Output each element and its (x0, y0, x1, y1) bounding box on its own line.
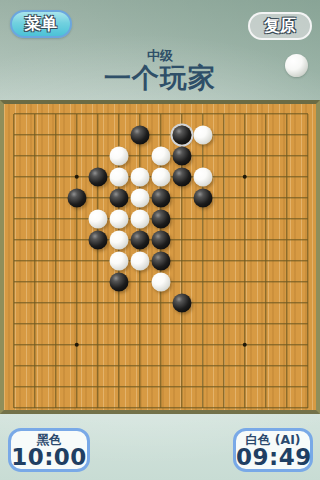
board-cell[interactable] (66, 145, 87, 166)
board-cell[interactable] (66, 187, 87, 208)
board-cell[interactable] (297, 124, 318, 145)
board-cell[interactable] (129, 250, 150, 271)
board-cell[interactable] (297, 397, 318, 414)
black-clock-time: 10:00 (11, 447, 87, 468)
board-grid (3, 103, 318, 414)
white-stone (109, 146, 128, 165)
board-cell[interactable] (255, 229, 276, 250)
board-cell[interactable] (45, 271, 66, 292)
star-point (242, 342, 247, 347)
board-cell[interactable] (297, 145, 318, 166)
board-cell[interactable] (192, 271, 213, 292)
board-cell[interactable] (45, 397, 66, 414)
board-cell[interactable] (192, 334, 213, 355)
board-cell[interactable] (213, 145, 234, 166)
board-cell[interactable] (234, 292, 255, 313)
board-cell[interactable] (3, 208, 24, 229)
board-cell[interactable] (3, 271, 24, 292)
board-cell[interactable] (234, 166, 255, 187)
board-cell[interactable] (255, 292, 276, 313)
board-cell[interactable] (3, 187, 24, 208)
board-cell[interactable] (213, 103, 234, 124)
board-cell[interactable] (192, 376, 213, 397)
board-cell[interactable] (150, 166, 171, 187)
black-stone (151, 251, 170, 270)
board-cell[interactable] (150, 313, 171, 334)
white-stone (109, 209, 128, 228)
board-cell[interactable] (234, 355, 255, 376)
board-cell[interactable] (171, 292, 192, 313)
board-cell[interactable] (255, 271, 276, 292)
board-cell[interactable] (108, 103, 129, 124)
white-clock-time: 09:49 (236, 447, 310, 468)
board-cell[interactable] (3, 397, 24, 414)
board-cell[interactable] (150, 208, 171, 229)
game-mode-title: 一个玩家 (0, 60, 320, 96)
board-cell[interactable] (276, 355, 297, 376)
board-cell[interactable] (171, 208, 192, 229)
board-cell[interactable] (255, 166, 276, 187)
board-cell[interactable] (150, 397, 171, 414)
board-cell[interactable] (297, 250, 318, 271)
black-stone (151, 230, 170, 249)
black-stone (130, 230, 149, 249)
board-cell[interactable] (108, 250, 129, 271)
board-cell[interactable] (234, 397, 255, 414)
white-clock: 白色 (AI) 09:49 (233, 428, 313, 472)
board-cell[interactable] (3, 103, 24, 124)
board-cell[interactable] (150, 334, 171, 355)
board-cell[interactable] (150, 145, 171, 166)
board-cell[interactable] (129, 376, 150, 397)
board-cell[interactable] (255, 124, 276, 145)
board-cell[interactable] (45, 355, 66, 376)
board-cell[interactable] (192, 292, 213, 313)
board-cell[interactable] (276, 250, 297, 271)
board-cell[interactable] (276, 166, 297, 187)
board-cell[interactable] (24, 271, 45, 292)
board-cell[interactable] (45, 334, 66, 355)
board-cell[interactable] (192, 250, 213, 271)
board-cell[interactable] (234, 124, 255, 145)
board-cell[interactable] (297, 355, 318, 376)
board-cell[interactable] (213, 334, 234, 355)
undo-button[interactable]: 复原 (248, 12, 312, 40)
black-stone (151, 209, 170, 228)
board-cell[interactable] (297, 292, 318, 313)
board-cell[interactable] (129, 208, 150, 229)
board-cell[interactable] (171, 166, 192, 187)
board-cell[interactable] (150, 376, 171, 397)
white-stone (151, 146, 170, 165)
board-cell[interactable] (213, 250, 234, 271)
board-cell[interactable] (213, 313, 234, 334)
white-stone (193, 167, 212, 186)
board-cell[interactable] (255, 208, 276, 229)
board-cell[interactable] (87, 208, 108, 229)
board-cell[interactable] (255, 187, 276, 208)
board-cell[interactable] (45, 103, 66, 124)
board-cell[interactable] (108, 355, 129, 376)
board-cell[interactable] (66, 124, 87, 145)
board-cell[interactable] (297, 166, 318, 187)
board-cell[interactable] (66, 208, 87, 229)
board-cell[interactable] (24, 397, 45, 414)
board-cell[interactable] (276, 124, 297, 145)
board-cell[interactable] (108, 334, 129, 355)
board-cell[interactable] (213, 208, 234, 229)
board-cell[interactable] (66, 250, 87, 271)
board-cell[interactable] (87, 145, 108, 166)
white-stone (109, 230, 128, 249)
board-cell[interactable] (192, 124, 213, 145)
board-cell[interactable] (276, 103, 297, 124)
board-cell[interactable] (213, 271, 234, 292)
board-cell[interactable] (297, 271, 318, 292)
board-cell[interactable] (213, 292, 234, 313)
board-cell[interactable] (213, 355, 234, 376)
board-cell[interactable] (108, 208, 129, 229)
black-stone (172, 146, 191, 165)
white-stone (130, 188, 149, 207)
board-cell[interactable] (66, 313, 87, 334)
board-cell[interactable] (24, 103, 45, 124)
board-cell[interactable] (87, 313, 108, 334)
board-cell[interactable] (45, 292, 66, 313)
board-cell[interactable] (24, 208, 45, 229)
board-cell[interactable] (234, 250, 255, 271)
board-cell[interactable] (87, 292, 108, 313)
board-cell[interactable] (213, 124, 234, 145)
board-cell[interactable] (66, 355, 87, 376)
board-cell[interactable] (87, 355, 108, 376)
black-stone-last-move (172, 125, 191, 144)
white-stone (130, 167, 149, 186)
board-cell[interactable] (276, 292, 297, 313)
board-cell[interactable] (87, 397, 108, 414)
board-cell[interactable] (3, 334, 24, 355)
board-cell[interactable] (276, 313, 297, 334)
black-stone (109, 272, 128, 291)
board-cell[interactable] (276, 271, 297, 292)
white-stone (151, 272, 170, 291)
board-cell[interactable] (297, 229, 318, 250)
board-cell[interactable] (150, 229, 171, 250)
board-cell[interactable] (213, 229, 234, 250)
board-cell[interactable] (129, 334, 150, 355)
board-cell[interactable] (129, 124, 150, 145)
board-cell[interactable] (66, 397, 87, 414)
board-cell[interactable] (45, 166, 66, 187)
black-stone (151, 188, 170, 207)
board-cell[interactable] (213, 376, 234, 397)
board-cell[interactable] (108, 313, 129, 334)
board-cell[interactable] (171, 355, 192, 376)
board-cell[interactable] (171, 229, 192, 250)
board-cell[interactable] (129, 397, 150, 414)
board-cell[interactable] (129, 145, 150, 166)
board-cell[interactable] (129, 313, 150, 334)
board-cell[interactable] (108, 166, 129, 187)
board-cell[interactable] (234, 313, 255, 334)
board-cell[interactable] (87, 271, 108, 292)
board-cell[interactable] (3, 313, 24, 334)
board-cell[interactable] (150, 355, 171, 376)
app-screen: 菜单 复原 中级 一个玩家 黑色 10:00 白色 (AI) 09:49 (0, 0, 320, 480)
board-cell[interactable] (45, 208, 66, 229)
board-cell[interactable] (129, 292, 150, 313)
board-cell[interactable] (255, 376, 276, 397)
board-cell[interactable] (234, 187, 255, 208)
board-cell[interactable] (66, 271, 87, 292)
board-cell[interactable] (213, 397, 234, 414)
board-cell[interactable] (171, 124, 192, 145)
board-cell[interactable] (87, 166, 108, 187)
board-cell[interactable] (129, 166, 150, 187)
board-cell[interactable] (234, 229, 255, 250)
board-cell[interactable] (276, 397, 297, 414)
board-cell[interactable] (234, 145, 255, 166)
board-cell[interactable] (87, 334, 108, 355)
board-cell[interactable] (297, 208, 318, 229)
board-cell[interactable] (171, 397, 192, 414)
game-board (0, 100, 320, 414)
board-cell[interactable] (150, 292, 171, 313)
board-cell[interactable] (3, 355, 24, 376)
board-cell[interactable] (297, 187, 318, 208)
board-cell[interactable] (255, 103, 276, 124)
board-cell[interactable] (171, 334, 192, 355)
board-cell[interactable] (276, 376, 297, 397)
board-cell[interactable] (66, 292, 87, 313)
board-cell[interactable] (87, 103, 108, 124)
board-cell[interactable] (150, 124, 171, 145)
board-cell[interactable] (66, 103, 87, 124)
board-cell[interactable] (192, 229, 213, 250)
board-cell[interactable] (171, 313, 192, 334)
board-cell[interactable] (66, 334, 87, 355)
board-cell[interactable] (24, 376, 45, 397)
board-cell[interactable] (276, 229, 297, 250)
board-cell[interactable] (24, 355, 45, 376)
board-cell[interactable] (87, 187, 108, 208)
board-cell[interactable] (87, 229, 108, 250)
board-cell[interactable] (66, 229, 87, 250)
board-cell[interactable] (129, 187, 150, 208)
board-cell[interactable] (3, 376, 24, 397)
board-cell[interactable] (234, 376, 255, 397)
board-cell[interactable] (45, 187, 66, 208)
board-cell[interactable] (24, 145, 45, 166)
board-cell[interactable] (213, 187, 234, 208)
board-cell[interactable] (171, 376, 192, 397)
star-point (74, 174, 79, 179)
board-cell[interactable] (3, 166, 24, 187)
board-cell[interactable] (129, 355, 150, 376)
black-stone (130, 125, 149, 144)
black-stone (88, 230, 107, 249)
board-cell[interactable] (3, 124, 24, 145)
board-cell[interactable] (171, 103, 192, 124)
board-cell[interactable] (24, 166, 45, 187)
board-cell[interactable] (108, 145, 129, 166)
board-cell[interactable] (24, 124, 45, 145)
black-stone (109, 188, 128, 207)
board-cell[interactable] (255, 145, 276, 166)
board-cell[interactable] (297, 376, 318, 397)
board-cell[interactable] (3, 229, 24, 250)
board-cell[interactable] (24, 292, 45, 313)
white-stone (130, 251, 149, 270)
board-cell[interactable] (108, 292, 129, 313)
board-cell[interactable] (150, 271, 171, 292)
black-stone (88, 167, 107, 186)
board-cell[interactable] (297, 103, 318, 124)
board-cell[interactable] (171, 187, 192, 208)
black-stone (172, 293, 191, 312)
star-point (242, 174, 247, 179)
board-cell[interactable] (192, 313, 213, 334)
board-cell[interactable] (24, 229, 45, 250)
board-cell[interactable] (108, 397, 129, 414)
board-cell[interactable] (192, 103, 213, 124)
star-point (74, 342, 79, 347)
white-stone (193, 125, 212, 144)
board-cell[interactable] (276, 208, 297, 229)
board-cell[interactable] (192, 355, 213, 376)
board-cell[interactable] (108, 229, 129, 250)
board-cell[interactable] (3, 145, 24, 166)
white-stone (130, 209, 149, 228)
board-cell[interactable] (87, 376, 108, 397)
board-cell[interactable] (108, 187, 129, 208)
board-cell[interactable] (108, 271, 129, 292)
board-cell[interactable] (192, 187, 213, 208)
board-cell[interactable] (171, 145, 192, 166)
board-cell[interactable] (234, 271, 255, 292)
board-cell[interactable] (255, 313, 276, 334)
board-cell[interactable] (171, 271, 192, 292)
board-cell[interactable] (171, 250, 192, 271)
board-cell[interactable] (45, 313, 66, 334)
board-cell[interactable] (276, 334, 297, 355)
white-stone (109, 167, 128, 186)
board-cell[interactable] (45, 229, 66, 250)
board-cell[interactable] (297, 334, 318, 355)
board-cell[interactable] (24, 187, 45, 208)
menu-button[interactable]: 菜单 (10, 10, 72, 38)
board-cell[interactable] (87, 250, 108, 271)
board-cell[interactable] (150, 187, 171, 208)
board-cell[interactable] (234, 334, 255, 355)
board-cell[interactable] (108, 376, 129, 397)
board-cell[interactable] (24, 334, 45, 355)
board-cell[interactable] (255, 355, 276, 376)
board-cell[interactable] (45, 124, 66, 145)
board-cell[interactable] (45, 145, 66, 166)
board-cell[interactable] (297, 313, 318, 334)
board-cell[interactable] (192, 166, 213, 187)
board-cell[interactable] (255, 397, 276, 414)
white-turn-indicator-ball (285, 54, 308, 77)
white-stone (88, 209, 107, 228)
board-cell[interactable] (213, 166, 234, 187)
board-cell[interactable] (3, 292, 24, 313)
white-stone (109, 251, 128, 270)
board-cell[interactable] (45, 376, 66, 397)
board-cell[interactable] (129, 103, 150, 124)
board-cell[interactable] (129, 271, 150, 292)
board-cell[interactable] (150, 103, 171, 124)
board-cell[interactable] (129, 229, 150, 250)
black-stone (172, 167, 191, 186)
board-cell[interactable] (192, 397, 213, 414)
board-cell[interactable] (66, 376, 87, 397)
board-cell[interactable] (192, 208, 213, 229)
board-cell[interactable] (108, 124, 129, 145)
board-cell[interactable] (276, 187, 297, 208)
board-cell[interactable] (87, 124, 108, 145)
black-stone (67, 188, 86, 207)
black-clock: 黑色 10:00 (8, 428, 90, 472)
black-stone (193, 188, 212, 207)
board-cell[interactable] (45, 250, 66, 271)
board-cell[interactable] (66, 166, 87, 187)
board-cell[interactable] (3, 250, 24, 271)
board-cell[interactable] (150, 250, 171, 271)
board-cell[interactable] (24, 313, 45, 334)
board-cell[interactable] (255, 250, 276, 271)
board-cell[interactable] (234, 103, 255, 124)
white-stone (151, 167, 170, 186)
board-cell[interactable] (276, 145, 297, 166)
board-cell[interactable] (24, 250, 45, 271)
board-cell[interactable] (192, 145, 213, 166)
board-cell[interactable] (255, 334, 276, 355)
board-cell[interactable] (234, 208, 255, 229)
